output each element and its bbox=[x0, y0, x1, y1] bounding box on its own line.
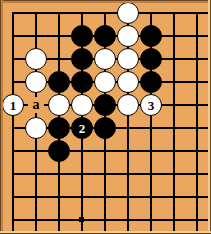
grid-line-horizontal bbox=[12, 150, 211, 152]
black-stone bbox=[94, 117, 116, 139]
white-stone bbox=[25, 71, 47, 93]
white-stone bbox=[25, 48, 47, 70]
white-stone-move-1: 1 bbox=[2, 94, 24, 116]
black-stone bbox=[71, 48, 93, 70]
black-stone bbox=[48, 140, 70, 162]
grid-line-vertical bbox=[173, 12, 175, 234]
white-stone bbox=[117, 25, 139, 47]
black-stone bbox=[140, 48, 162, 70]
black-stone bbox=[140, 71, 162, 93]
board-frame-top bbox=[0, 0, 211, 3]
go-board-diagram: 132a bbox=[0, 0, 211, 234]
black-stone bbox=[71, 71, 93, 93]
black-stone bbox=[71, 25, 93, 47]
white-stone-move-3: 3 bbox=[140, 94, 162, 116]
white-stone bbox=[94, 48, 116, 70]
hoshi-point bbox=[79, 217, 84, 222]
board-frame-left bbox=[0, 0, 3, 234]
grid-line-vertical bbox=[196, 12, 198, 234]
white-stone bbox=[25, 117, 47, 139]
black-stone-move-2: 2 bbox=[71, 117, 93, 139]
grid-line-horizontal bbox=[12, 196, 211, 198]
black-stone bbox=[48, 71, 70, 93]
board-frame-bottom bbox=[0, 231, 211, 234]
grid-line-horizontal bbox=[12, 219, 211, 221]
black-stone bbox=[94, 94, 116, 116]
black-stone bbox=[48, 117, 70, 139]
grid-line-vertical bbox=[12, 12, 14, 234]
white-stone bbox=[117, 2, 139, 24]
black-stone bbox=[140, 25, 162, 47]
white-stone bbox=[117, 71, 139, 93]
white-stone bbox=[71, 94, 93, 116]
point-label-a: a bbox=[28, 97, 44, 113]
black-stone bbox=[94, 25, 116, 47]
white-stone bbox=[48, 94, 70, 116]
grid-line-horizontal bbox=[12, 173, 211, 175]
board-frame-right bbox=[208, 0, 211, 234]
white-stone bbox=[117, 94, 139, 116]
white-stone bbox=[117, 48, 139, 70]
grid-line-horizontal bbox=[12, 12, 211, 14]
white-stone bbox=[94, 71, 116, 93]
